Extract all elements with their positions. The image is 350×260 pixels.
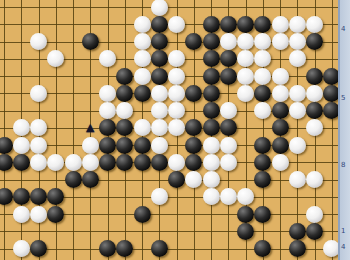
white-stone (254, 102, 271, 119)
grid-line-horizontal (0, 231, 338, 232)
black-stone (151, 33, 168, 50)
white-stone (151, 102, 168, 119)
white-stone (237, 85, 254, 102)
black-stone (116, 240, 133, 257)
go-board[interactable]: ▲ (0, 0, 338, 260)
black-stone (203, 33, 220, 50)
white-stone (272, 154, 289, 171)
white-stone (134, 16, 151, 33)
black-stone (185, 33, 202, 50)
grid-line-vertical (332, 0, 333, 260)
white-stone (289, 33, 306, 50)
black-stone (220, 119, 237, 136)
black-stone (306, 68, 323, 85)
white-stone (220, 154, 237, 171)
white-stone (220, 188, 237, 205)
black-stone (185, 137, 202, 154)
black-stone (220, 68, 237, 85)
black-stone (116, 119, 133, 136)
white-stone (151, 85, 168, 102)
black-stone (220, 50, 237, 67)
white-stone (289, 85, 306, 102)
black-stone (13, 154, 30, 171)
black-stone (0, 188, 13, 205)
white-stone (272, 33, 289, 50)
white-stone (151, 119, 168, 136)
white-stone (254, 33, 271, 50)
white-stone (82, 137, 99, 154)
black-stone (203, 102, 220, 119)
white-stone (168, 119, 185, 136)
black-stone (185, 154, 202, 171)
white-stone (168, 68, 185, 85)
black-stone (237, 206, 254, 223)
black-stone (254, 240, 271, 257)
black-stone (272, 102, 289, 119)
black-stone (99, 154, 116, 171)
white-stone (168, 102, 185, 119)
side-panel: 45814 (338, 0, 350, 260)
black-stone (289, 223, 306, 240)
panel-tick-label: 8 (341, 162, 345, 169)
grid-line-horizontal (0, 249, 338, 250)
white-stone (237, 68, 254, 85)
white-stone (151, 137, 168, 154)
black-stone (82, 33, 99, 50)
black-stone (254, 171, 271, 188)
white-stone (134, 33, 151, 50)
black-stone (220, 16, 237, 33)
panel-tick-label: 5 (341, 95, 345, 102)
white-stone (99, 85, 116, 102)
white-stone (151, 0, 168, 16)
white-stone (220, 137, 237, 154)
black-stone (65, 171, 82, 188)
white-stone (30, 119, 47, 136)
white-stone (220, 102, 237, 119)
black-stone (116, 85, 133, 102)
black-stone (134, 154, 151, 171)
black-stone (306, 223, 323, 240)
panel-tick-label: 4 (341, 244, 345, 251)
white-stone (306, 85, 323, 102)
black-stone (30, 188, 47, 205)
black-stone (47, 188, 64, 205)
black-stone (254, 137, 271, 154)
black-stone (99, 137, 116, 154)
white-stone (237, 50, 254, 67)
black-stone (134, 85, 151, 102)
white-stone (237, 188, 254, 205)
black-stone (0, 137, 13, 154)
white-stone (203, 188, 220, 205)
white-stone (254, 50, 271, 67)
black-stone (151, 16, 168, 33)
black-stone (151, 68, 168, 85)
white-stone (220, 33, 237, 50)
black-stone (185, 119, 202, 136)
white-stone (13, 137, 30, 154)
black-stone (203, 119, 220, 136)
white-stone (30, 154, 47, 171)
black-stone (289, 240, 306, 257)
white-stone (185, 171, 202, 188)
grid-line-vertical (73, 0, 74, 260)
black-stone (203, 50, 220, 67)
white-stone (272, 16, 289, 33)
white-stone (272, 68, 289, 85)
black-stone (203, 16, 220, 33)
white-stone (47, 50, 64, 67)
white-stone (99, 102, 116, 119)
black-stone (82, 171, 99, 188)
white-stone (237, 33, 254, 50)
black-stone (272, 119, 289, 136)
white-stone (13, 206, 30, 223)
black-stone (237, 16, 254, 33)
white-stone (30, 33, 47, 50)
white-stone (289, 50, 306, 67)
black-stone (254, 16, 271, 33)
black-stone (272, 137, 289, 154)
black-stone (151, 240, 168, 257)
white-stone (289, 137, 306, 154)
white-stone (289, 16, 306, 33)
panel-tick-label: 1 (341, 228, 345, 235)
black-stone (99, 119, 116, 136)
black-stone (134, 137, 151, 154)
black-stone (203, 85, 220, 102)
grid-line-horizontal (0, 7, 338, 8)
black-stone (237, 223, 254, 240)
white-stone (82, 154, 99, 171)
white-stone (306, 16, 323, 33)
black-stone (151, 154, 168, 171)
black-stone (47, 206, 64, 223)
white-stone (203, 137, 220, 154)
black-stone (254, 206, 271, 223)
black-stone (254, 85, 271, 102)
white-stone (272, 85, 289, 102)
white-stone (203, 171, 220, 188)
black-stone (254, 154, 271, 171)
black-stone (116, 68, 133, 85)
white-stone (134, 119, 151, 136)
white-stone (203, 154, 220, 171)
white-stone (99, 50, 116, 67)
white-stone (306, 171, 323, 188)
black-stone (30, 240, 47, 257)
white-stone (254, 68, 271, 85)
white-stone (306, 206, 323, 223)
white-stone (168, 50, 185, 67)
white-stone (13, 240, 30, 257)
black-stone (0, 154, 13, 171)
white-stone (47, 154, 64, 171)
white-stone (30, 85, 47, 102)
black-stone (203, 68, 220, 85)
white-stone (168, 154, 185, 171)
white-stone (13, 119, 30, 136)
black-stone (116, 154, 133, 171)
black-stone (151, 50, 168, 67)
white-stone (30, 137, 47, 154)
white-stone (168, 16, 185, 33)
white-stone (134, 50, 151, 67)
black-stone (116, 137, 133, 154)
grid-line-vertical (4, 0, 5, 260)
black-stone (99, 240, 116, 257)
white-stone (30, 206, 47, 223)
white-stone (289, 102, 306, 119)
white-stone (65, 154, 82, 171)
white-stone (306, 119, 323, 136)
white-stone (168, 85, 185, 102)
black-stone (185, 85, 202, 102)
white-stone (116, 102, 133, 119)
black-stone (306, 102, 323, 119)
white-stone (151, 188, 168, 205)
white-stone (134, 68, 151, 85)
black-stone (13, 188, 30, 205)
black-stone (134, 206, 151, 223)
black-stone (306, 33, 323, 50)
panel-tick-label: 4 (341, 26, 345, 33)
black-stone (168, 171, 185, 188)
triangle-marker-icon: ▲ (82, 119, 99, 136)
white-stone (289, 171, 306, 188)
